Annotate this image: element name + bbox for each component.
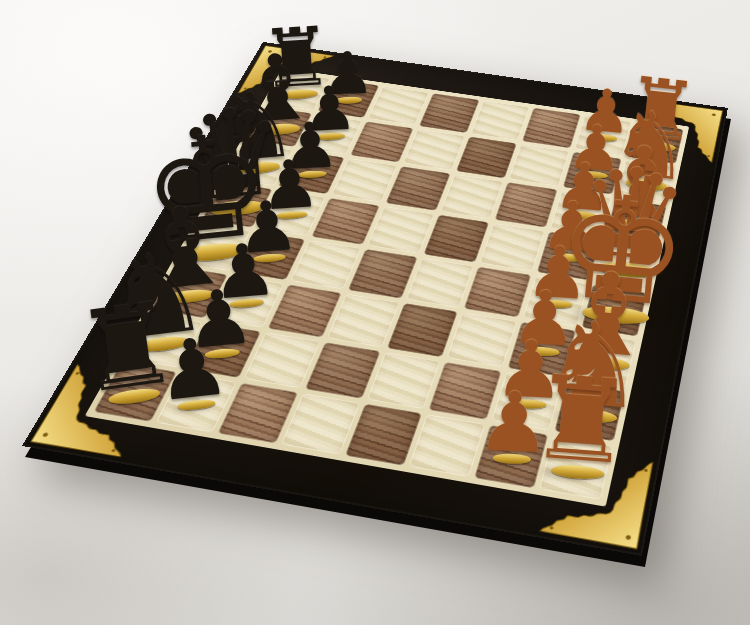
square-a4[interactable] bbox=[470, 100, 529, 140]
square-h4[interactable] bbox=[344, 404, 422, 466]
square-d4[interactable] bbox=[423, 215, 489, 263]
white-rook-glyph: ♜ bbox=[511, 362, 651, 481]
square-c4[interactable] bbox=[440, 174, 504, 219]
square-f4[interactable] bbox=[386, 303, 457, 357]
piece-white-rook-h1[interactable]: ♜ bbox=[511, 346, 652, 484]
square-e5[interactable] bbox=[348, 249, 418, 299]
black-pawn-glyph: ♟ bbox=[142, 327, 243, 413]
square-c5[interactable] bbox=[385, 166, 450, 210]
piece-black-pawn-h7[interactable]: ♟ bbox=[141, 315, 243, 415]
square-d5[interactable] bbox=[367, 206, 434, 253]
square-a5[interactable] bbox=[419, 93, 479, 133]
photo-backdrop: ♜♟♝♟♟♜♞♟♟♞♛♟♟♝♚♟♟♛♝♟♟♚♞♟♟♝♜♟♟♞♟♜ bbox=[0, 0, 750, 625]
square-b4[interactable] bbox=[456, 136, 517, 178]
square-b5[interactable] bbox=[403, 129, 465, 171]
square-g4[interactable] bbox=[366, 352, 440, 410]
square-e4[interactable] bbox=[405, 257, 474, 308]
